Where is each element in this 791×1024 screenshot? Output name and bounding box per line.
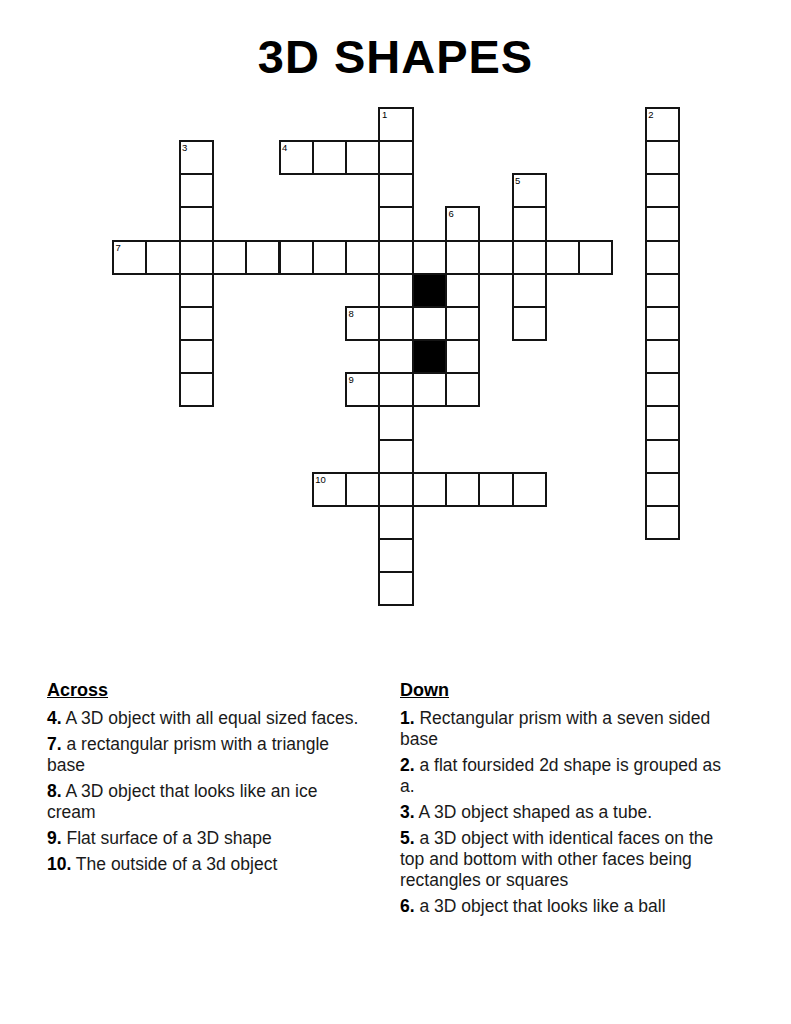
across-clue-7: 7. a rectangular prism with a triangle b… (47, 734, 363, 776)
page-title: 3D SHAPES (0, 33, 791, 80)
grid-cell-r8c7[interactable]: 9 (345, 372, 380, 407)
clue-text: A 3D object that looks like an ice cream (47, 781, 317, 822)
grid-cell-r5c12[interactable] (512, 273, 547, 308)
clue-number-9: 9 (349, 374, 354, 385)
grid-cell-r6c2[interactable] (179, 306, 214, 341)
down-clues-section: Down 1. Rectangular prism with a seven s… (400, 679, 726, 922)
grid-cell-r12c16[interactable] (645, 505, 680, 540)
grid-cell-r4c0[interactable]: 7 (112, 240, 147, 275)
grid-cell-r6c10[interactable] (445, 306, 480, 341)
grid-cell-r14c8[interactable] (378, 571, 413, 606)
across-clues-section: Across 4. A 3D object with all equal siz… (47, 679, 363, 880)
clue-num-label: 7. (47, 734, 62, 754)
clue-number-8: 8 (349, 308, 354, 319)
clue-text: a rectangular prism with a triangle base (47, 734, 329, 775)
grid-cell-r4c10[interactable] (445, 240, 480, 275)
grid-cell-r4c3[interactable] (212, 240, 247, 275)
grid-cell-r5c10[interactable] (445, 273, 480, 308)
crossword-grid: 12345678910 (112, 107, 679, 605)
clue-text: a flat foursided 2d shape is grouped as … (400, 755, 721, 796)
across-clue-9: 9. Flat surface of a 3D shape (47, 828, 363, 849)
grid-cell-r4c1[interactable] (145, 240, 180, 275)
grid-cell-r2c16[interactable] (645, 173, 680, 208)
across-heading: Across (47, 679, 363, 701)
grid-cell-r10c16[interactable] (645, 439, 680, 474)
grid-cell-r1c7[interactable] (345, 140, 380, 175)
grid-cell-r3c8[interactable] (378, 206, 413, 241)
clue-number-3: 3 (182, 142, 187, 153)
clue-text: Flat surface of a 3D shape (62, 828, 272, 848)
clue-text: a 3D object with identical faces on the … (400, 828, 713, 890)
grid-cell-r4c2[interactable] (179, 240, 214, 275)
grid-cell-r11c16[interactable] (645, 472, 680, 507)
grid-cell-r11c10[interactable] (445, 472, 480, 507)
clue-number-4: 4 (282, 142, 287, 153)
down-clue-6: 6. a 3D object that looks like a ball (400, 896, 726, 917)
down-heading: Down (400, 679, 726, 701)
grid-cell-r6c16[interactable] (645, 306, 680, 341)
grid-cell-r1c16[interactable] (645, 140, 680, 175)
grid-cell-r4c16[interactable] (645, 240, 680, 275)
clue-text: a 3D object that looks like a ball (415, 896, 666, 916)
clue-number-6: 6 (449, 208, 454, 219)
down-clue-1: 1. Rectangular prism with a seven sided … (400, 708, 726, 750)
grid-cell-r7c16[interactable] (645, 339, 680, 374)
grid-cell-r7c10[interactable] (445, 339, 480, 374)
grid-cell-r13c8[interactable] (378, 538, 413, 573)
clue-number-10: 10 (315, 474, 326, 485)
grid-cell-r5c8[interactable] (378, 273, 413, 308)
grid-cell-r5c2[interactable] (179, 273, 214, 308)
grid-cell-r4c6[interactable] (312, 240, 347, 275)
down-clue-3: 3. A 3D object shaped as a tube. (400, 802, 726, 823)
clue-number-2: 2 (648, 109, 653, 120)
grid-cell-r4c7[interactable] (345, 240, 380, 275)
down-clue-5: 5. a 3D object with identical faces on t… (400, 828, 726, 891)
down-clues-list: 1. Rectangular prism with a seven sided … (400, 708, 726, 917)
grid-cell-r9c16[interactable] (645, 405, 680, 440)
grid-cell-r11c6[interactable]: 10 (312, 472, 347, 507)
grid-cell-r8c9[interactable] (412, 372, 447, 407)
grid-cell-r1c8[interactable] (378, 140, 413, 175)
grid-cell-r1c2[interactable]: 3 (179, 140, 214, 175)
clue-number-5: 5 (515, 175, 520, 186)
clue-text: Rectangular prism with a seven sided bas… (400, 708, 710, 749)
clue-number-1: 1 (382, 109, 387, 120)
clue-num-label: 8. (47, 781, 62, 801)
grid-cell-r2c2[interactable] (179, 173, 214, 208)
clue-num-label: 6. (400, 896, 415, 916)
grid-cell-r3c16[interactable] (645, 206, 680, 241)
black-cell (412, 273, 447, 308)
grid-cell-r8c2[interactable] (179, 372, 214, 407)
grid-cell-r3c12[interactable] (512, 206, 547, 241)
grid-cell-r2c12[interactable]: 5 (512, 173, 547, 208)
across-clue-4: 4. A 3D object with all equal sized face… (47, 708, 363, 729)
grid-cell-r4c5[interactable] (279, 240, 314, 275)
grid-cell-r9c8[interactable] (378, 405, 413, 440)
grid-cell-r7c2[interactable] (179, 339, 214, 374)
grid-cell-r1c5[interactable]: 4 (279, 140, 314, 175)
grid-cell-r6c12[interactable] (512, 306, 547, 341)
grid-cell-r11c9[interactable] (412, 472, 447, 507)
clue-text: A 3D object shaped as a tube. (415, 802, 652, 822)
clue-text: The outside of a 3d object (71, 854, 277, 874)
grid-cell-r2c8[interactable] (378, 173, 413, 208)
grid-cell-r11c11[interactable] (478, 472, 513, 507)
clue-num-label: 5. (400, 828, 415, 848)
grid-cell-r11c7[interactable] (345, 472, 380, 507)
grid-cell-r10c8[interactable] (378, 439, 413, 474)
grid-cell-r11c8[interactable] (378, 472, 413, 507)
clue-num-label: 10. (47, 854, 71, 874)
clue-text: A 3D object with all equal sized faces. (62, 708, 359, 728)
black-cell (412, 339, 447, 374)
grid-cell-r1c6[interactable] (312, 140, 347, 175)
grid-cell-r4c14[interactable] (578, 240, 613, 275)
down-clue-2: 2. a flat foursided 2d shape is grouped … (400, 755, 726, 797)
clue-num-label: 1. (400, 708, 415, 728)
grid-cell-r4c11[interactable] (478, 240, 513, 275)
grid-cell-r0c8[interactable]: 1 (378, 107, 413, 142)
clue-number-7: 7 (116, 242, 121, 253)
grid-cell-r8c16[interactable] (645, 372, 680, 407)
grid-cell-r6c8[interactable] (378, 306, 413, 341)
clue-num-label: 4. (47, 708, 62, 728)
grid-cell-r8c8[interactable] (378, 372, 413, 407)
across-clue-8: 8. A 3D object that looks like an ice cr… (47, 781, 363, 823)
clue-num-label: 2. (400, 755, 415, 775)
grid-cell-r3c2[interactable] (179, 206, 214, 241)
grid-cell-r4c4[interactable] (245, 240, 280, 275)
clue-num-label: 9. (47, 828, 62, 848)
across-clue-10: 10. The outside of a 3d object (47, 854, 363, 875)
grid-cell-r4c12[interactable] (512, 240, 547, 275)
grid-cell-r7c8[interactable] (378, 339, 413, 374)
grid-cell-r5c16[interactable] (645, 273, 680, 308)
grid-cell-r11c12[interactable] (512, 472, 547, 507)
grid-cell-r6c9[interactable] (412, 306, 447, 341)
grid-cell-r3c10[interactable]: 6 (445, 206, 480, 241)
grid-cell-r4c8[interactable] (378, 240, 413, 275)
grid-cell-r8c10[interactable] (445, 372, 480, 407)
grid-cell-r4c9[interactable] (412, 240, 447, 275)
clue-num-label: 3. (400, 802, 415, 822)
grid-cell-r4c13[interactable] (545, 240, 580, 275)
grid-cell-r12c8[interactable] (378, 505, 413, 540)
grid-cell-r0c16[interactable]: 2 (645, 107, 680, 142)
crossword-page: 3D SHAPES 12345678910 Across 4. A 3D obj… (0, 0, 791, 1024)
across-clues-list: 4. A 3D object with all equal sized face… (47, 708, 363, 875)
grid-cell-r6c7[interactable]: 8 (345, 306, 380, 341)
